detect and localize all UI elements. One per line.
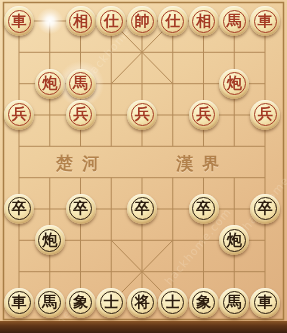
piece-glyph: 馬	[73, 76, 88, 91]
piece-black-将[interactable]: 将	[127, 288, 157, 318]
piece-red-仕[interactable]: 仕	[158, 6, 188, 36]
piece-glyph: 卒	[135, 201, 150, 216]
piece-ring: 士	[161, 291, 184, 314]
piece-ring: 車	[254, 10, 277, 33]
piece-black-士[interactable]: 士	[158, 288, 188, 318]
piece-ring: 仕	[161, 10, 184, 33]
piece-ring: 兵	[131, 103, 154, 126]
piece-glyph: 仕	[104, 13, 119, 28]
piece-ring: 相	[192, 10, 215, 33]
piece-ring: 炮	[223, 229, 246, 252]
piece-ring: 炮	[38, 229, 61, 252]
piece-red-馬[interactable]: 馬	[66, 69, 96, 99]
piece-glyph: 車	[258, 295, 273, 310]
piece-black-卒[interactable]: 卒	[189, 194, 219, 224]
piece-black-炮[interactable]: 炮	[35, 225, 65, 255]
piece-glyph: 兵	[196, 107, 211, 122]
piece-glyph: 相	[73, 13, 88, 28]
piece-glyph: 炮	[42, 76, 57, 91]
piece-black-卒[interactable]: 卒	[4, 194, 34, 224]
piece-glyph: 車	[258, 13, 273, 28]
piece-glyph: 炮	[42, 232, 57, 247]
piece-ring: 卒	[192, 197, 215, 220]
piece-ring: 車	[8, 291, 31, 314]
piece-ring: 仕	[100, 10, 123, 33]
river-label-han-jie: 漢界	[176, 152, 228, 175]
piece-ring: 馬	[223, 10, 246, 33]
piece-red-炮[interactable]: 炮	[219, 69, 249, 99]
piece-red-帥[interactable]: 帥	[127, 6, 157, 36]
piece-glyph: 馬	[227, 13, 242, 28]
piece-ring: 兵	[8, 103, 31, 126]
piece-red-兵[interactable]: 兵	[189, 100, 219, 130]
piece-red-兵[interactable]: 兵	[127, 100, 157, 130]
piece-ring: 車	[254, 291, 277, 314]
piece-glyph: 士	[104, 295, 119, 310]
piece-ring: 象	[192, 291, 215, 314]
piece-red-兵[interactable]: 兵	[66, 100, 96, 130]
piece-glyph: 卒	[73, 201, 88, 216]
piece-red-兵[interactable]: 兵	[4, 100, 34, 130]
piece-glyph: 炮	[227, 232, 242, 247]
piece-black-象[interactable]: 象	[66, 288, 96, 318]
piece-glyph: 車	[12, 295, 27, 310]
piece-glyph: 象	[196, 295, 211, 310]
piece-glyph: 兵	[12, 107, 27, 122]
piece-ring: 卒	[131, 197, 154, 220]
piece-glyph: 帥	[135, 13, 150, 28]
piece-ring: 卒	[8, 197, 31, 220]
piece-glyph: 兵	[258, 107, 273, 122]
piece-red-車[interactable]: 車	[4, 6, 34, 36]
board-grid	[0, 0, 287, 333]
piece-black-車[interactable]: 車	[4, 288, 34, 318]
piece-ring: 相	[69, 10, 92, 33]
piece-glyph: 兵	[73, 107, 88, 122]
piece-glyph: 卒	[196, 201, 211, 216]
piece-red-車[interactable]: 車	[250, 6, 280, 36]
piece-ring: 炮	[223, 72, 246, 95]
piece-ring: 象	[69, 291, 92, 314]
piece-ring: 将	[131, 291, 154, 314]
piece-glyph: 将	[135, 295, 150, 310]
piece-ring: 帥	[131, 10, 154, 33]
board-front-edge	[0, 321, 287, 333]
piece-black-車[interactable]: 車	[250, 288, 280, 318]
piece-black-卒[interactable]: 卒	[127, 194, 157, 224]
piece-glyph: 兵	[135, 107, 150, 122]
piece-ring: 卒	[254, 197, 277, 220]
piece-ring: 兵	[69, 103, 92, 126]
piece-ring: 馬	[38, 291, 61, 314]
piece-ring: 車	[8, 10, 31, 33]
river-label-chu-he: 楚河	[56, 152, 108, 175]
piece-ring: 卒	[69, 197, 92, 220]
xiangqi-board: 楚河 漢界 hackhome.com hackhome.com hackhome…	[0, 0, 287, 333]
piece-ring: 炮	[38, 72, 61, 95]
piece-ring: 士	[100, 291, 123, 314]
piece-black-卒[interactable]: 卒	[66, 194, 96, 224]
piece-black-卒[interactable]: 卒	[250, 194, 280, 224]
piece-black-象[interactable]: 象	[189, 288, 219, 318]
piece-glyph: 馬	[227, 295, 242, 310]
piece-glyph: 炮	[227, 76, 242, 91]
piece-ring: 馬	[69, 72, 92, 95]
piece-red-相[interactable]: 相	[189, 6, 219, 36]
piece-ring: 兵	[254, 103, 277, 126]
piece-black-馬[interactable]: 馬	[35, 288, 65, 318]
piece-ring: 兵	[192, 103, 215, 126]
piece-red-相[interactable]: 相	[66, 6, 96, 36]
piece-glyph: 仕	[165, 13, 180, 28]
piece-ring: 馬	[223, 291, 246, 314]
piece-glyph: 卒	[258, 201, 273, 216]
piece-red-炮[interactable]: 炮	[35, 69, 65, 99]
piece-glyph: 馬	[42, 295, 57, 310]
piece-glyph: 士	[165, 295, 180, 310]
piece-glyph: 相	[196, 13, 211, 28]
piece-glyph: 車	[12, 13, 27, 28]
piece-red-兵[interactable]: 兵	[250, 100, 280, 130]
piece-glyph: 象	[73, 295, 88, 310]
piece-glyph: 卒	[12, 201, 27, 216]
